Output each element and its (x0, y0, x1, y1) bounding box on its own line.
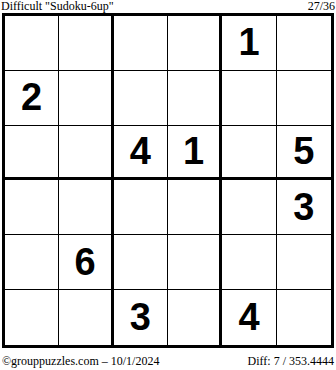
cell-r5c5-empty[interactable] (222, 235, 276, 290)
cell-r3c3-given-4: 4 (114, 126, 168, 181)
cell-r1c5-given-1: 1 (222, 16, 276, 71)
cell-r5c6-empty[interactable] (277, 235, 331, 290)
sudoku-grid: 124153634 (2, 13, 334, 348)
cell-r6c1-empty[interactable] (5, 290, 59, 345)
cell-r3c2-empty[interactable] (59, 126, 113, 181)
cell-r6c2-empty[interactable] (59, 290, 113, 345)
cell-r6c5-given-4: 4 (222, 290, 276, 345)
cell-r1c2-empty[interactable] (59, 16, 113, 71)
cell-r3c5-empty[interactable] (222, 126, 276, 181)
cell-r3c4-given-1: 1 (168, 126, 222, 181)
cell-r5c4-empty[interactable] (168, 235, 222, 290)
cell-r6c6-empty[interactable] (277, 290, 331, 345)
cell-r3c6-given-5: 5 (277, 126, 331, 181)
cell-r4c6-given-3: 3 (277, 180, 331, 235)
cell-r6c4-empty[interactable] (168, 290, 222, 345)
header: Difficult "Sudoku-6up" 27/36 (1, 0, 335, 13)
cell-r4c4-empty[interactable] (168, 180, 222, 235)
cell-r4c5-empty[interactable] (222, 180, 276, 235)
cell-r3c1-empty[interactable] (5, 126, 59, 181)
cell-r5c2-given-6: 6 (59, 235, 113, 290)
puzzle-title: Difficult "Sudoku-6up" (1, 0, 114, 13)
difficulty-text: Diff: 7 / 353.4444 (248, 354, 334, 368)
cell-r4c3-empty[interactable] (114, 180, 168, 235)
cell-r4c2-empty[interactable] (59, 180, 113, 235)
cell-r5c3-empty[interactable] (114, 235, 168, 290)
copyright-text: ©grouppuzzles.com – 10/1/2024 (2, 354, 159, 368)
cell-r1c1-empty[interactable] (5, 16, 59, 71)
cell-r2c4-empty[interactable] (168, 71, 222, 126)
cell-r5c1-empty[interactable] (5, 235, 59, 290)
cell-r4c1-empty[interactable] (5, 180, 59, 235)
puzzle-page: Difficult "Sudoku-6up" 27/36 124153634 ©… (0, 0, 336, 370)
cell-r2c2-empty[interactable] (59, 71, 113, 126)
cell-r2c3-empty[interactable] (114, 71, 168, 126)
cell-r2c6-empty[interactable] (277, 71, 331, 126)
cell-r1c6-empty[interactable] (277, 16, 331, 71)
progress-counter: 27/36 (308, 0, 335, 13)
cell-r1c3-empty[interactable] (114, 16, 168, 71)
cell-r2c1-given-2: 2 (5, 71, 59, 126)
footer: ©grouppuzzles.com – 10/1/2024 Diff: 7 / … (2, 353, 334, 368)
cell-r1c4-empty[interactable] (168, 16, 222, 71)
cell-r2c5-empty[interactable] (222, 71, 276, 126)
cell-r6c3-given-3: 3 (114, 290, 168, 345)
